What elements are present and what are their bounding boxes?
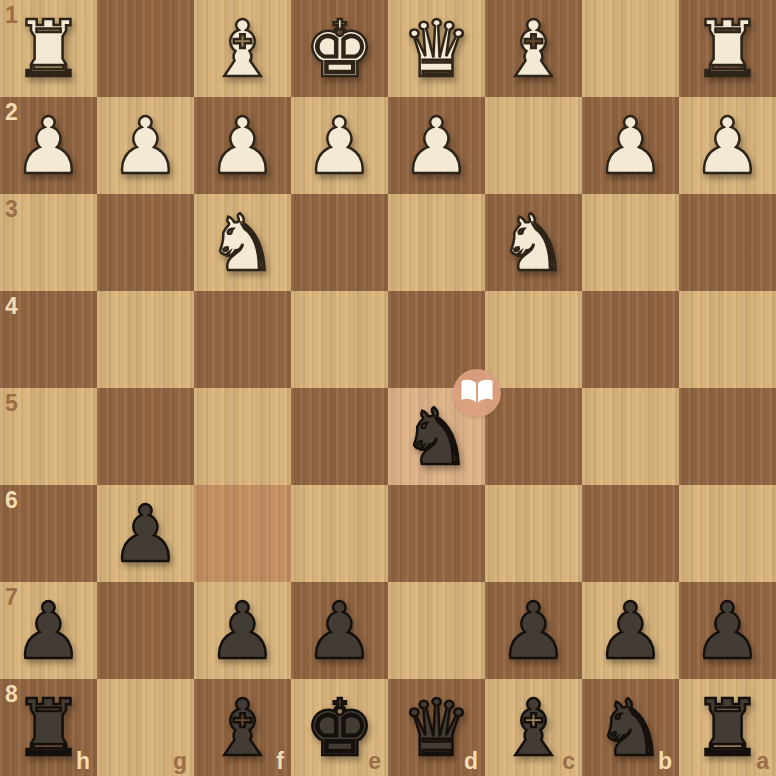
square-g8[interactable]: g (97, 679, 194, 776)
chess-board: ♜1♝♚♛♝♜♟2♟♟♟♟♟♟3♞♞45♞6♟♟7♟♟♟♟♟♜8hg♝f♚e♛d… (0, 0, 776, 776)
white-pawn[interactable]: ♟ (97, 97, 194, 194)
rank-label-2: 2 (5, 101, 18, 124)
black-pawn[interactable]: ♟ (291, 582, 388, 679)
square-g4[interactable] (97, 291, 194, 388)
square-a4[interactable] (679, 291, 776, 388)
square-d8[interactable]: ♛d (388, 679, 485, 776)
square-g6[interactable]: ♟ (97, 485, 194, 582)
file-label-g: g (173, 750, 187, 773)
square-d1[interactable]: ♛ (388, 0, 485, 97)
file-label-a: a (756, 750, 769, 773)
square-f1[interactable]: ♝ (194, 0, 291, 97)
square-g7[interactable] (97, 582, 194, 679)
square-b3[interactable] (582, 194, 679, 291)
square-c6[interactable] (485, 485, 582, 582)
square-b2[interactable]: ♟ (582, 97, 679, 194)
square-f7[interactable]: ♟ (194, 582, 291, 679)
square-d7[interactable] (388, 582, 485, 679)
file-label-f: f (276, 750, 284, 773)
square-f8[interactable]: ♝f (194, 679, 291, 776)
white-queen[interactable]: ♛ (388, 0, 485, 97)
square-h4[interactable]: 4 (0, 291, 97, 388)
square-h5[interactable]: 5 (0, 388, 97, 485)
file-label-e: e (368, 750, 381, 773)
white-knight[interactable]: ♞ (485, 194, 582, 291)
black-pawn[interactable]: ♟ (679, 582, 776, 679)
white-pawn[interactable]: ♟ (582, 97, 679, 194)
rank-label-5: 5 (5, 392, 18, 415)
rank-label-7: 7 (5, 586, 18, 609)
file-label-h: h (76, 750, 90, 773)
square-d2[interactable]: ♟ (388, 97, 485, 194)
square-a3[interactable] (679, 194, 776, 291)
white-pawn[interactable]: ♟ (194, 97, 291, 194)
square-c7[interactable]: ♟ (485, 582, 582, 679)
black-pawn[interactable]: ♟ (194, 582, 291, 679)
square-b4[interactable] (582, 291, 679, 388)
square-a5[interactable] (679, 388, 776, 485)
file-label-d: d (464, 750, 478, 773)
opening-book-indicator (453, 369, 501, 417)
square-b6[interactable] (582, 485, 679, 582)
square-b7[interactable]: ♟ (582, 582, 679, 679)
square-f6[interactable] (194, 485, 291, 582)
rank-label-3: 3 (5, 198, 18, 221)
square-d6[interactable] (388, 485, 485, 582)
file-label-b: b (658, 750, 672, 773)
square-h2[interactable]: ♟2 (0, 97, 97, 194)
square-a1[interactable]: ♜ (679, 0, 776, 97)
square-h7[interactable]: ♟7 (0, 582, 97, 679)
square-d3[interactable] (388, 194, 485, 291)
rank-label-6: 6 (5, 489, 18, 512)
square-e1[interactable]: ♚ (291, 0, 388, 97)
square-g2[interactable]: ♟ (97, 97, 194, 194)
square-f4[interactable] (194, 291, 291, 388)
square-e5[interactable] (291, 388, 388, 485)
square-c8[interactable]: ♝c (485, 679, 582, 776)
black-pawn[interactable]: ♟ (582, 582, 679, 679)
square-f2[interactable]: ♟ (194, 97, 291, 194)
square-e3[interactable] (291, 194, 388, 291)
square-h8[interactable]: ♜8h (0, 679, 97, 776)
square-b1[interactable] (582, 0, 679, 97)
square-e7[interactable]: ♟ (291, 582, 388, 679)
rank-label-4: 4 (5, 295, 18, 318)
square-c5[interactable] (485, 388, 582, 485)
square-c4[interactable] (485, 291, 582, 388)
white-king[interactable]: ♚ (291, 0, 388, 97)
rank-label-1: 1 (5, 4, 18, 27)
white-bishop[interactable]: ♝ (194, 0, 291, 97)
square-g5[interactable] (97, 388, 194, 485)
square-h3[interactable]: 3 (0, 194, 97, 291)
black-pawn[interactable]: ♟ (97, 485, 194, 582)
white-pawn[interactable]: ♟ (679, 97, 776, 194)
square-a2[interactable]: ♟ (679, 97, 776, 194)
rank-label-8: 8 (5, 683, 18, 706)
square-c2[interactable] (485, 97, 582, 194)
square-h1[interactable]: ♜1 (0, 0, 97, 97)
square-a6[interactable] (679, 485, 776, 582)
square-g1[interactable] (97, 0, 194, 97)
white-bishop[interactable]: ♝ (485, 0, 582, 97)
square-e6[interactable] (291, 485, 388, 582)
square-g3[interactable] (97, 194, 194, 291)
square-e2[interactable]: ♟ (291, 97, 388, 194)
white-rook[interactable]: ♜ (679, 0, 776, 97)
square-h6[interactable]: 6 (0, 485, 97, 582)
open-book-icon (460, 378, 494, 408)
white-knight[interactable]: ♞ (194, 194, 291, 291)
square-e4[interactable] (291, 291, 388, 388)
square-b5[interactable] (582, 388, 679, 485)
white-pawn[interactable]: ♟ (291, 97, 388, 194)
file-label-c: c (562, 750, 575, 773)
square-e8[interactable]: ♚e (291, 679, 388, 776)
black-pawn[interactable]: ♟ (485, 582, 582, 679)
square-b8[interactable]: ♞b (582, 679, 679, 776)
square-c1[interactable]: ♝ (485, 0, 582, 97)
square-c3[interactable]: ♞ (485, 194, 582, 291)
square-f3[interactable]: ♞ (194, 194, 291, 291)
square-a8[interactable]: ♜a (679, 679, 776, 776)
square-a7[interactable]: ♟ (679, 582, 776, 679)
square-f5[interactable] (194, 388, 291, 485)
white-pawn[interactable]: ♟ (388, 97, 485, 194)
